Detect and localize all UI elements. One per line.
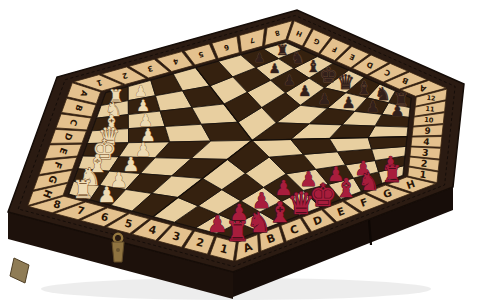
piece-red-bishop-f1: ♝ <box>334 173 357 203</box>
piece-white-rook-h1: ♜ <box>72 175 94 204</box>
edge-label-right_side-3: 3 <box>422 147 430 159</box>
piece-black-king-e1: ♚ <box>320 63 338 87</box>
piece-black-pawn-a2: ♟ <box>390 101 404 120</box>
piece-black-queen-d1: ♛ <box>337 70 355 94</box>
piece-white-pawn-h2: ♟ <box>97 182 116 207</box>
piece-red-pawn-a2: ♟ <box>207 211 228 237</box>
edge-label-right_side-2: 2 <box>420 158 428 170</box>
piece-red-knight-g1: ♞ <box>358 167 380 196</box>
hinge-fitting <box>10 258 29 283</box>
edge-label-right_side-11: 11 <box>425 105 435 114</box>
piece-black-pawn-d2: ♟ <box>318 90 331 108</box>
edge-label-right_side-9: 9 <box>424 126 431 137</box>
piece-red-knight-b1: ♞ <box>246 206 271 239</box>
piece-black-pawn-e2: ♟ <box>298 82 311 99</box>
piece-red-rook-a1: ♜ <box>226 216 250 247</box>
piece-black-knight-g1: ♞ <box>291 49 305 67</box>
three-player-chess-photo: HGFEDCBA12345678HGFEDCBA12111094321HGFED… <box>0 0 480 307</box>
edge-label-right_side-4: 4 <box>423 137 430 148</box>
piece-black-bishop-f1: ♝ <box>306 57 321 76</box>
piece-black-pawn-b2: ♟ <box>366 98 380 116</box>
edge-label-right_side-10: 10 <box>424 116 434 125</box>
piece-black-rook-h1: ♜ <box>276 42 289 58</box>
piece-black-pawn-h2: ♟ <box>254 50 265 65</box>
piece-black-bishop-c1: ♝ <box>356 77 372 98</box>
piece-black-pawn-c2: ♟ <box>342 94 356 112</box>
piece-black-pawn-g2: ♟ <box>269 61 281 76</box>
board-svg: HGFEDCBA12345678HGFEDCBA12111094321HGFED… <box>0 0 480 307</box>
edge-label-right_side-1: 1 <box>419 169 427 181</box>
piece-black-pawn-f2: ♟ <box>283 72 295 88</box>
cell-red-h4 <box>368 137 407 149</box>
piece-red-rook-h1: ♜ <box>381 161 402 187</box>
edge-label-right_side-12: 12 <box>426 94 436 103</box>
